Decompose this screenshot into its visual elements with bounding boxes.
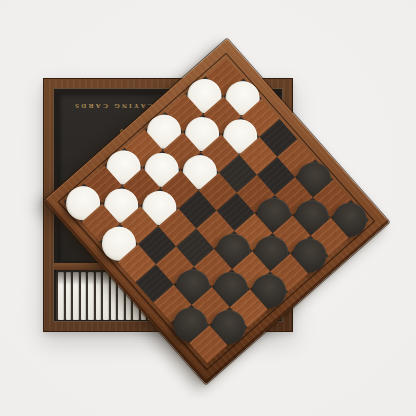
domino-tile (88, 272, 94, 320)
domino-tile (103, 272, 109, 320)
domino-tile (73, 272, 79, 320)
domino-tile (66, 272, 72, 320)
domino-tile (96, 272, 102, 320)
domino-tile (81, 272, 87, 320)
domino-tile (58, 272, 64, 320)
photo-scene: PLAYING CARDS (0, 0, 416, 416)
